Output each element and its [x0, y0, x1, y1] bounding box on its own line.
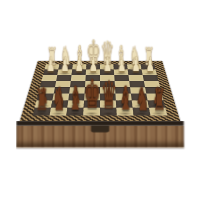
chess-board: ♜♞♝♚♛♝♞♜♟♟♟♟♟♟♟♟♟♟♟♟♟♟♟♟♜♞♝♚♛♝♞♜: [20, 61, 180, 121]
piece-black-bishop-c8: ♝: [118, 82, 132, 115]
square-h8: ♜: [33, 108, 51, 116]
square-c8: ♝: [116, 108, 133, 116]
piece-white-pawn-d2: ♟: [103, 55, 111, 75]
square-b8: ♞: [133, 108, 151, 116]
piece-black-king-e8: ♚: [83, 75, 100, 115]
piece-black-knight-g8: ♞: [51, 84, 64, 115]
square-a8: ♜: [149, 108, 167, 116]
square-g8: ♞: [50, 108, 68, 116]
chess-set-photo: ♜♞♝♚♛♝♞♜♟♟♟♟♟♟♟♟♟♟♟♟♟♟♟♟♜♞♝♚♛♝♞♜: [0, 0, 200, 200]
piece-black-rook-h8: ♜: [35, 85, 48, 115]
board-squares: ♜♞♝♚♛♝♞♜♟♟♟♟♟♟♟♟♟♟♟♟♟♟♟♟♜♞♝♚♛♝♞♜: [33, 64, 168, 115]
piece-white-pawn-h2: ♟: [46, 55, 54, 75]
piece-black-knight-b8: ♞: [135, 84, 148, 115]
perspective-scene: ♜♞♝♚♛♝♞♜♟♟♟♟♟♟♟♟♟♟♟♟♟♟♟♟♜♞♝♚♛♝♞♜: [20, 7, 180, 167]
square-d8: ♛: [100, 108, 117, 116]
piece-white-pawn-a2: ♟: [145, 55, 153, 75]
piece-white-pawn-f2: ♟: [74, 55, 82, 75]
piece-black-bishop-f8: ♝: [68, 82, 82, 115]
box-side: [16, 121, 183, 147]
piece-white-pawn-g2: ♟: [60, 55, 68, 75]
square-e8: ♚: [83, 108, 100, 116]
piece-white-pawn-c2: ♟: [117, 55, 125, 75]
piece-white-pawn-b2: ♟: [131, 55, 139, 75]
square-f8: ♝: [66, 108, 83, 116]
latch-notch: [91, 125, 109, 132]
piece-black-queen-d8: ♛: [100, 77, 116, 115]
piece-black-rook-a8: ♜: [152, 85, 165, 115]
